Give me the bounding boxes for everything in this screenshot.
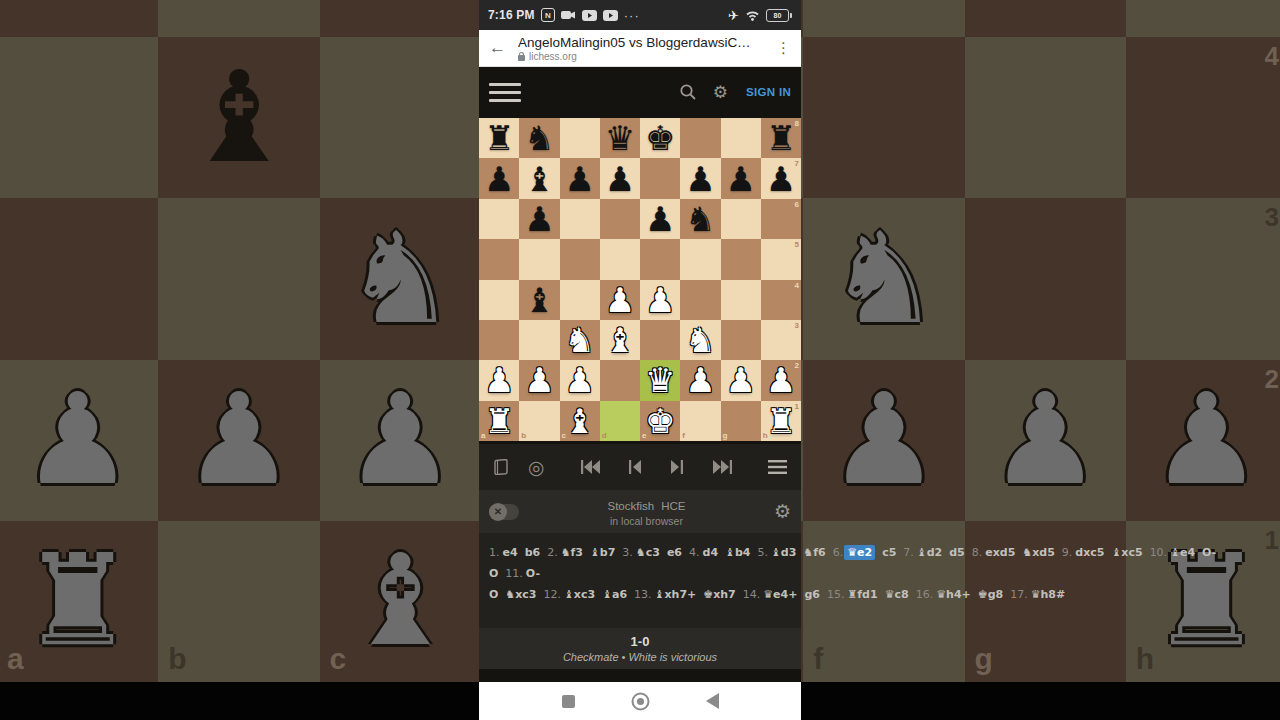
page-title: AngeloMalingin05 vs BloggerdawsiC… (518, 35, 776, 50)
black-pawn-b6[interactable]: ♟ (524, 202, 554, 236)
move-san[interactable]: e6 (667, 546, 682, 559)
square-c2: ♟ (320, 360, 481, 521)
move-san[interactable]: ♝b4 (725, 546, 750, 559)
square-c1: ♝c (320, 521, 481, 682)
black-pawn-c7[interactable]: ♟ (564, 162, 594, 196)
square-f2[interactable]: ♟ (680, 360, 720, 400)
file-label-c: c (562, 431, 566, 440)
first-move-button[interactable] (581, 460, 601, 474)
browser-back-button[interactable]: ← (489, 38, 506, 58)
white-pawn-g2: ♟ (989, 377, 1102, 503)
square-d3[interactable]: ♝ (600, 320, 640, 360)
square-d5[interactable] (600, 239, 640, 279)
move-san[interactable]: ♝xc3 (564, 588, 595, 601)
clock: 7:16 PM (488, 8, 535, 22)
black-pawn-g7[interactable]: ♟ (725, 162, 755, 196)
file-label-f: f (682, 431, 685, 440)
white-bishop-c1: ♝ (344, 538, 457, 664)
file-label-h: h (763, 431, 768, 440)
white-pawn-f2[interactable]: ♟ (685, 363, 715, 397)
square-a2[interactable]: ♟ (479, 360, 519, 400)
square-a3[interactable] (479, 320, 519, 360)
move-number: 8. (972, 546, 983, 559)
square-b3[interactable] (519, 320, 559, 360)
recents-button[interactable] (562, 695, 575, 708)
move-number: 17. (1010, 588, 1028, 601)
white-pawn-b2[interactable]: ♟ (524, 363, 554, 397)
square-g1[interactable]: g (721, 401, 761, 441)
black-pawn-d7[interactable]: ♟ (605, 162, 635, 196)
file-label-g: g (975, 642, 993, 676)
game-result: 1-0 Checkmate • White is victorious (479, 628, 801, 669)
square-f7[interactable]: ♟ (680, 158, 720, 198)
previous-move-button[interactable] (629, 460, 642, 474)
next-move-button[interactable] (670, 460, 683, 474)
square-b7[interactable]: ♝ (519, 158, 559, 198)
move-number: 15. (827, 588, 845, 601)
lichess-page: ⚙ SIGN IN ♜♞♛♚♜8♟♝♟♟♟♟♟7♟♟♞65♝♟♟4♞♝♞3♟♟♟… (479, 67, 801, 682)
browser-menu-button[interactable]: ⋮ (776, 39, 791, 57)
move-san[interactable]: ♛c8 (885, 588, 909, 601)
move-san[interactable]: ♞xd5 (1022, 546, 1054, 559)
move-number: 16. (916, 588, 934, 601)
search-icon[interactable] (679, 83, 697, 101)
white-pawn-c2[interactable]: ♟ (564, 363, 594, 397)
white-rook-a1: ♜ (21, 538, 134, 664)
move-san[interactable]: ♝xh7+ (655, 588, 697, 601)
square-b6[interactable]: ♟ (519, 199, 559, 239)
square-a7[interactable]: ♟ (479, 158, 519, 198)
square-h5: 5 (1126, 0, 1280, 37)
square-d4[interactable]: ♟ (600, 280, 640, 320)
square-g6[interactable] (721, 199, 761, 239)
black-bishop-b7[interactable]: ♝ (524, 162, 554, 196)
site-url: lichess.org (529, 51, 577, 62)
white-rook-a1[interactable]: ♜ (484, 404, 514, 438)
white-pawn-h2[interactable]: ♟ (766, 363, 796, 397)
move-san[interactable]: ♛h8# (1031, 588, 1066, 601)
square-h6[interactable]: 6 (761, 199, 801, 239)
square-a8[interactable]: ♜ (479, 118, 519, 158)
white-king-e1[interactable]: ♚ (645, 404, 675, 438)
black-queen-d8[interactable]: ♛ (605, 121, 635, 155)
move-san[interactable]: c5 (882, 546, 896, 559)
square-h3: 3 (1126, 198, 1280, 359)
move-san[interactable]: ♞f3 (561, 546, 583, 559)
chess-board[interactable]: ♜♞♛♚♜8♟♝♟♟♟♟♟7♟♟♞65♝♟♟4♞♝♞3♟♟♟♛♟♟♟2♜ab♝c… (479, 118, 801, 441)
square-d7[interactable]: ♟ (600, 158, 640, 198)
square-g5 (965, 0, 1126, 37)
square-c4 (320, 37, 481, 198)
square-e2[interactable]: ♛ (640, 360, 680, 400)
square-a3 (0, 198, 158, 359)
engine-settings-gear-icon[interactable]: ⚙ (774, 502, 791, 521)
black-bishop-b4[interactable]: ♝ (524, 283, 554, 317)
move-san[interactable]: ♚xh7 (703, 588, 735, 601)
engine-bar: ✕ StockfishHCE in local browser ⚙ (479, 490, 801, 533)
square-a1[interactable]: ♜a (479, 401, 519, 441)
square-b4[interactable]: ♝ (519, 280, 559, 320)
move-san[interactable]: ♞c3 (636, 546, 660, 559)
browser-header: ← AngeloMalingin05 vs BloggerdawsiC… lic… (479, 30, 801, 67)
move-san[interactable]: ♛e4+ (763, 588, 797, 601)
white-queen-e2[interactable]: ♛ (645, 363, 675, 397)
square-f3[interactable]: ♞ (680, 320, 720, 360)
square-c1[interactable]: ♝c (560, 401, 600, 441)
file-label-e: e (642, 431, 646, 440)
square-e4[interactable]: ♟ (640, 280, 680, 320)
move-number: 7. (903, 546, 914, 559)
site-top-bar: ⚙ SIGN IN (479, 67, 801, 117)
white-knight-f3[interactable]: ♞ (685, 323, 715, 357)
secure-lock-icon (518, 55, 525, 61)
square-e7[interactable] (640, 158, 680, 198)
square-d1[interactable]: d (600, 401, 640, 441)
engine-toggle[interactable]: ✕ (489, 504, 519, 520)
square-b2: ♟ (158, 360, 319, 521)
white-pawn-g2[interactable]: ♟ (725, 363, 755, 397)
move-number: 2. (547, 546, 558, 559)
last-move-button[interactable] (712, 460, 732, 474)
phone-screen: 7:16 PM N ··· ✈ 80 ← AngeloMalingin05 vs… (479, 0, 801, 720)
white-pawn-a2[interactable]: ♟ (484, 363, 514, 397)
rank-label-5: 5 (795, 240, 799, 249)
file-label-g: g (723, 431, 728, 440)
white-bishop-d3[interactable]: ♝ (605, 323, 635, 357)
rank-label-3: 3 (795, 321, 799, 330)
white-pawn-e4[interactable]: ♟ (645, 283, 675, 317)
square-f5[interactable] (680, 239, 720, 279)
white-rook-h1[interactable]: ♜ (766, 404, 796, 438)
status-bar: 7:16 PM N ··· ✈ 80 (479, 0, 801, 30)
white-pawn-h2: ♟ (1150, 377, 1263, 503)
battery-icon: 80 (766, 9, 792, 22)
rank-label-1: 1 (1265, 525, 1279, 556)
square-e1[interactable]: ♚e (640, 401, 680, 441)
square-c3: ♞ (320, 198, 481, 359)
square-h8[interactable]: ♜8 (761, 118, 801, 158)
square-g5[interactable] (721, 239, 761, 279)
rank-label-2: 2 (795, 361, 799, 370)
rank-label-6: 6 (795, 200, 799, 209)
square-e6[interactable]: ♟ (640, 199, 680, 239)
square-d2[interactable] (600, 360, 640, 400)
explorer-target-icon[interactable]: ◎ (528, 458, 545, 477)
square-e3[interactable] (640, 320, 680, 360)
opening-book-icon[interactable] (493, 459, 510, 475)
square-c5[interactable] (560, 239, 600, 279)
move-number: 14. (743, 588, 761, 601)
square-g2: ♟ (965, 360, 1126, 521)
file-label-a: a (481, 431, 485, 440)
move-san[interactable]: g6 (804, 588, 820, 601)
square-a5 (0, 0, 158, 37)
file-label-f: f (813, 642, 823, 676)
square-f6[interactable]: ♞ (680, 199, 720, 239)
white-knight-f3: ♞ (827, 216, 940, 342)
square-f5 (803, 0, 964, 37)
square-b1[interactable]: b (519, 401, 559, 441)
square-g4 (965, 37, 1126, 198)
file-label-b: b (168, 642, 186, 676)
square-h1[interactable]: ♜h1 (761, 401, 801, 441)
engine-location: in local browser (519, 515, 774, 527)
square-f8[interactable] (680, 118, 720, 158)
rank-label-7: 7 (795, 159, 799, 168)
move-san[interactable]: ♝e4 (1170, 546, 1195, 559)
move-san[interactable]: ♝a6 (602, 588, 627, 601)
engine-name: StockfishHCE (608, 500, 686, 512)
white-knight-c3: ♞ (344, 216, 457, 342)
move-san[interactable]: ♝d2 (917, 546, 942, 559)
file-label-c: c (330, 642, 347, 676)
airplane-mode-icon: ✈ (728, 8, 739, 23)
square-e5[interactable] (640, 239, 680, 279)
rank-label-4: 4 (795, 281, 799, 290)
square-e8[interactable]: ♚ (640, 118, 680, 158)
white-pawn-b2: ♟ (182, 377, 295, 503)
analysis-controls: ◎ (479, 444, 801, 490)
white-pawn-c2: ♟ (344, 377, 457, 503)
square-d8[interactable]: ♛ (600, 118, 640, 158)
move-san[interactable]: ♝xc5 (1111, 546, 1142, 559)
square-f1[interactable]: f (680, 401, 720, 441)
n-badge-icon: N (541, 8, 555, 22)
square-f2: ♟ (803, 360, 964, 521)
move-san-active[interactable]: ♛e2 (844, 545, 875, 560)
move-san[interactable]: ♞f6 (803, 546, 825, 559)
square-c4[interactable] (560, 280, 600, 320)
square-a1: ♜a (0, 521, 158, 682)
square-h3[interactable]: 3 (761, 320, 801, 360)
rank-label-2: 2 (1265, 364, 1279, 395)
black-king-e8[interactable]: ♚ (645, 121, 675, 155)
square-c8[interactable] (560, 118, 600, 158)
move-number: 1. (489, 546, 500, 559)
move-san[interactable]: ♝d3 (771, 546, 796, 559)
square-b4: ♝ (158, 37, 319, 198)
move-san[interactable]: ♞xc3 (505, 588, 536, 601)
move-san[interactable]: ♜fd1 (847, 588, 877, 601)
square-a6[interactable] (479, 199, 519, 239)
settings-gear-icon[interactable]: ⚙ (713, 84, 728, 101)
home-button[interactable] (631, 692, 650, 711)
file-label-d: d (602, 431, 607, 440)
hamburger-menu-button[interactable] (489, 83, 521, 102)
analysis-menu-icon[interactable] (768, 460, 787, 474)
result-description: Checkmate • White is victorious (563, 651, 717, 663)
youtube-icon-2 (603, 10, 618, 21)
square-g3[interactable] (721, 320, 761, 360)
file-label-b: b (521, 431, 526, 440)
square-c6[interactable] (560, 199, 600, 239)
move-list[interactable]: 1.e4b62.♞f3♝b73.♞c3e64.d4♝b45.♝d3♞f66.♛e… (479, 533, 801, 628)
square-g3 (965, 198, 1126, 359)
android-nav-bar (479, 682, 801, 720)
square-a2: ♟ (0, 360, 158, 521)
square-b8[interactable]: ♞ (519, 118, 559, 158)
rank-label-8: 8 (795, 119, 799, 128)
square-a5[interactable] (479, 239, 519, 279)
white-pawn-a2: ♟ (21, 377, 134, 503)
square-h7[interactable]: ♟7 (761, 158, 801, 198)
black-rook-a8[interactable]: ♜ (484, 121, 514, 155)
square-g1: g (965, 521, 1126, 682)
black-knight-b8[interactable]: ♞ (524, 121, 554, 155)
black-bishop-b4: ♝ (182, 55, 295, 181)
move-san[interactable]: ♝b7 (590, 546, 615, 559)
black-pawn-e6[interactable]: ♟ (645, 202, 675, 236)
result-score: 1-0 (631, 634, 650, 649)
white-bishop-c1[interactable]: ♝ (564, 404, 594, 438)
square-d6[interactable] (600, 199, 640, 239)
move-number: 12. (544, 588, 562, 601)
square-g2[interactable]: ♟ (721, 360, 761, 400)
square-f3: ♞ (803, 198, 964, 359)
file-label-h: h (1136, 642, 1154, 676)
move-number: 4. (689, 546, 700, 559)
black-rook-h8[interactable]: ♜ (766, 121, 796, 155)
wifi-icon (745, 9, 760, 21)
file-label-a: a (7, 642, 24, 676)
move-number: 3. (622, 546, 633, 559)
rank-label-1: 1 (795, 402, 799, 411)
back-button[interactable] (706, 693, 719, 709)
black-pawn-a7[interactable]: ♟ (484, 162, 514, 196)
square-b5 (158, 0, 319, 37)
move-number: 10. (1150, 546, 1168, 559)
move-san[interactable]: ♚g8 (978, 588, 1003, 601)
square-c3[interactable]: ♞ (560, 320, 600, 360)
notification-overflow-icon: ··· (624, 8, 640, 23)
screen-record-icon (561, 9, 576, 21)
rank-label-3: 3 (1265, 202, 1279, 233)
white-pawn-d4[interactable]: ♟ (605, 283, 635, 317)
white-pawn-f2: ♟ (827, 377, 940, 503)
square-h4[interactable]: 4 (761, 280, 801, 320)
square-g4[interactable] (721, 280, 761, 320)
square-b1: b (158, 521, 319, 682)
square-f4[interactable] (680, 280, 720, 320)
sign-in-button[interactable]: SIGN IN (746, 86, 791, 98)
move-number: 6. (833, 546, 844, 559)
move-san[interactable]: exd5 (985, 546, 1015, 559)
square-f4 (803, 37, 964, 198)
square-g7[interactable]: ♟ (721, 158, 761, 198)
square-a4[interactable] (479, 280, 519, 320)
square-c2[interactable]: ♟ (560, 360, 600, 400)
black-pawn-h7[interactable]: ♟ (766, 162, 796, 196)
square-b2[interactable]: ♟ (519, 360, 559, 400)
black-knight-f6[interactable]: ♞ (685, 202, 715, 236)
youtube-icon (582, 10, 597, 21)
move-san[interactable]: d4 (703, 546, 719, 559)
move-san[interactable]: b6 (525, 546, 541, 559)
move-number: 11. (505, 567, 523, 580)
square-h5[interactable]: 5 (761, 239, 801, 279)
square-c5 (320, 0, 481, 37)
move-san[interactable]: ♛h4+ (936, 588, 971, 601)
square-h4: 4 (1126, 37, 1280, 198)
black-pawn-f7[interactable]: ♟ (685, 162, 715, 196)
move-san[interactable]: e4 (503, 546, 518, 559)
square-c7[interactable]: ♟ (560, 158, 600, 198)
move-number: 13. (634, 588, 652, 601)
square-g8[interactable] (721, 118, 761, 158)
white-knight-c3[interactable]: ♞ (564, 323, 594, 357)
move-san[interactable]: d5 (949, 546, 965, 559)
square-f1: f (803, 521, 964, 682)
rank-label-4: 4 (1265, 41, 1279, 72)
move-number: 9. (1062, 546, 1073, 559)
square-h2[interactable]: ♟2 (761, 360, 801, 400)
move-san[interactable]: dxc5 (1075, 546, 1104, 559)
square-b3 (158, 198, 319, 359)
square-a4 (0, 37, 158, 198)
square-h1: ♜h1 (1126, 521, 1280, 682)
square-h2: ♟2 (1126, 360, 1280, 521)
move-number: 5. (757, 546, 768, 559)
square-b5[interactable] (519, 239, 559, 279)
